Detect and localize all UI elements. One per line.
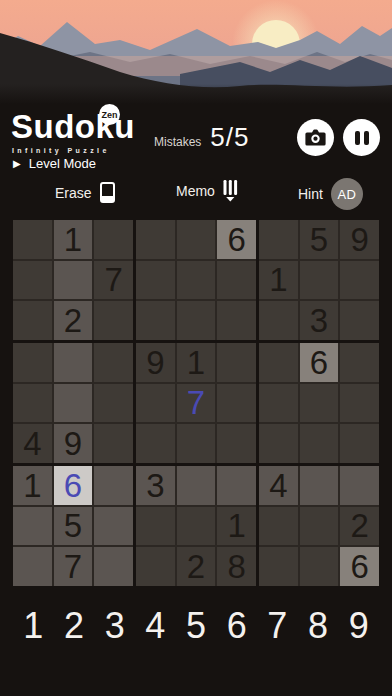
- screenshot-button[interactable]: [297, 119, 334, 156]
- cell-r1c9[interactable]: 9: [340, 220, 379, 259]
- cell-r2c5[interactable]: [177, 261, 216, 300]
- camera-icon: [305, 129, 326, 146]
- cell-r8c2[interactable]: 5: [54, 507, 93, 546]
- mistakes-counter: Mistakes 5/5: [154, 122, 250, 150]
- cell-r3c3[interactable]: [94, 301, 133, 340]
- cell-r2c7[interactable]: 1: [259, 261, 298, 300]
- cell-r7c5[interactable]: [177, 466, 216, 505]
- numpad-2[interactable]: 2: [54, 602, 95, 650]
- cell-r5c3[interactable]: [94, 384, 133, 423]
- cell-r9c9[interactable]: 6: [340, 547, 379, 586]
- cell-r8c3[interactable]: [94, 507, 133, 546]
- cell-r6c9[interactable]: [340, 424, 379, 463]
- cell-r7c3[interactable]: [94, 466, 133, 505]
- hint-button[interactable]: Hint AD: [298, 178, 363, 210]
- cell-r4c4[interactable]: 9: [136, 343, 175, 382]
- cell-r9c2[interactable]: 7: [54, 547, 93, 586]
- app-subtitle: Infinity Puzzle: [12, 147, 110, 154]
- cell-r3c2[interactable]: 2: [54, 301, 93, 340]
- cell-r6c4[interactable]: [136, 424, 175, 463]
- box-8: 3128: [136, 466, 256, 586]
- cell-r7c4[interactable]: 3: [136, 466, 175, 505]
- cell-r9c1[interactable]: [13, 547, 52, 586]
- cell-r1c8[interactable]: 5: [300, 220, 339, 259]
- cell-r1c6[interactable]: 6: [217, 220, 256, 259]
- cell-r5c8[interactable]: [300, 384, 339, 423]
- cell-r3c6[interactable]: [217, 301, 256, 340]
- cell-r5c5[interactable]: 7: [177, 384, 216, 423]
- zen-badge: Zen: [99, 104, 120, 125]
- eraser-icon: [100, 182, 115, 203]
- number-pad: 123456789: [13, 602, 379, 650]
- cell-r2c3[interactable]: 7: [94, 261, 133, 300]
- cell-r1c5[interactable]: [177, 220, 216, 259]
- box-1: 172: [13, 220, 133, 340]
- cell-r4c3[interactable]: [94, 343, 133, 382]
- cell-r9c7[interactable]: [259, 547, 298, 586]
- cell-r1c7[interactable]: [259, 220, 298, 259]
- cell-r6c6[interactable]: [217, 424, 256, 463]
- cell-r4c5[interactable]: 1: [177, 343, 216, 382]
- cell-r8c1[interactable]: [13, 507, 52, 546]
- cell-r3c9[interactable]: [340, 301, 379, 340]
- play-arrow-icon: ▶: [13, 159, 21, 169]
- box-7: 1657: [13, 466, 133, 586]
- cell-r8c4[interactable]: [136, 507, 175, 546]
- cell-r4c1[interactable]: [13, 343, 52, 382]
- mistakes-label: Mistakes: [154, 135, 201, 149]
- cell-r4c2[interactable]: [54, 343, 93, 382]
- cell-r5c6[interactable]: [217, 384, 256, 423]
- ad-badge: AD: [331, 178, 363, 210]
- numpad-3[interactable]: 3: [94, 602, 135, 650]
- cell-r7c1[interactable]: 1: [13, 466, 52, 505]
- cell-r5c4[interactable]: [136, 384, 175, 423]
- cell-r8c9[interactable]: 2: [340, 507, 379, 546]
- cell-r8c7[interactable]: [259, 507, 298, 546]
- cell-r6c1[interactable]: 4: [13, 424, 52, 463]
- cell-r1c1[interactable]: [13, 220, 52, 259]
- cell-r8c5[interactable]: [177, 507, 216, 546]
- cell-r9c6[interactable]: 8: [217, 547, 256, 586]
- cell-r5c7[interactable]: [259, 384, 298, 423]
- level-mode-label: Level Mode: [29, 156, 96, 171]
- cell-r6c7[interactable]: [259, 424, 298, 463]
- cell-r1c3[interactable]: [94, 220, 133, 259]
- erase-label: Erase: [55, 185, 92, 201]
- cell-r6c5[interactable]: [177, 424, 216, 463]
- cell-r6c2[interactable]: 9: [54, 424, 93, 463]
- cell-r2c6[interactable]: [217, 261, 256, 300]
- cell-r4c7[interactable]: [259, 343, 298, 382]
- cell-r1c2[interactable]: 1: [54, 220, 93, 259]
- numpad-8[interactable]: 8: [298, 602, 339, 650]
- cell-r9c8[interactable]: [300, 547, 339, 586]
- cell-r3c4[interactable]: [136, 301, 175, 340]
- memo-label: Memo: [176, 183, 215, 199]
- cell-r9c5[interactable]: 2: [177, 547, 216, 586]
- cell-r2c4[interactable]: [136, 261, 175, 300]
- sudoku-grid: 1726591349917616573128426: [13, 220, 379, 586]
- scenery-image: [0, 0, 392, 104]
- cell-r7c6[interactable]: [217, 466, 256, 505]
- cell-r4c9[interactable]: [340, 343, 379, 382]
- cell-r2c1[interactable]: [13, 261, 52, 300]
- level-mode-button[interactable]: ▶ Level Mode: [13, 156, 96, 171]
- box-4: 49: [13, 343, 133, 463]
- numpad-4[interactable]: 4: [135, 602, 176, 650]
- cell-r7c2[interactable]: 6: [54, 466, 93, 505]
- box-5: 917: [136, 343, 256, 463]
- pause-icon: [355, 131, 369, 145]
- cell-r9c3[interactable]: [94, 547, 133, 586]
- hint-label: Hint: [298, 186, 323, 202]
- cell-r6c3[interactable]: [94, 424, 133, 463]
- cell-r3c8[interactable]: 3: [300, 301, 339, 340]
- numpad-9[interactable]: 9: [338, 602, 379, 650]
- pen-nib-icon: [223, 180, 238, 202]
- cell-r7c9[interactable]: [340, 466, 379, 505]
- cell-r2c9[interactable]: [340, 261, 379, 300]
- cell-r2c8[interactable]: [300, 261, 339, 300]
- cell-r7c8[interactable]: [300, 466, 339, 505]
- cell-r7c7[interactable]: 4: [259, 466, 298, 505]
- numpad-7[interactable]: 7: [257, 602, 298, 650]
- sunset-mountains-illustration: [0, 0, 392, 104]
- box-2: 6: [136, 220, 256, 340]
- cell-r8c8[interactable]: [300, 507, 339, 546]
- cell-r5c9[interactable]: [340, 384, 379, 423]
- cell-r3c7[interactable]: [259, 301, 298, 340]
- cell-r5c2[interactable]: [54, 384, 93, 423]
- pause-button[interactable]: [343, 119, 380, 156]
- numpad-1[interactable]: 1: [13, 602, 54, 650]
- cell-r9c4[interactable]: [136, 547, 175, 586]
- box-3: 5913: [259, 220, 379, 340]
- cell-r2c2[interactable]: [54, 261, 93, 300]
- cell-r4c8[interactable]: 6: [300, 343, 339, 382]
- cell-r8c6[interactable]: 1: [217, 507, 256, 546]
- memo-button[interactable]: Memo: [176, 180, 238, 202]
- cell-r1c4[interactable]: [136, 220, 175, 259]
- cell-r6c8[interactable]: [300, 424, 339, 463]
- box-6: 6: [259, 343, 379, 463]
- cell-r4c6[interactable]: [217, 343, 256, 382]
- mistakes-value: 5/5: [210, 122, 249, 153]
- cell-r3c1[interactable]: [13, 301, 52, 340]
- numpad-5[interactable]: 5: [176, 602, 217, 650]
- cell-r5c1[interactable]: [13, 384, 52, 423]
- erase-button[interactable]: Erase: [55, 182, 115, 203]
- box-9: 426: [259, 466, 379, 586]
- cell-r3c5[interactable]: [177, 301, 216, 340]
- numpad-6[interactable]: 6: [216, 602, 257, 650]
